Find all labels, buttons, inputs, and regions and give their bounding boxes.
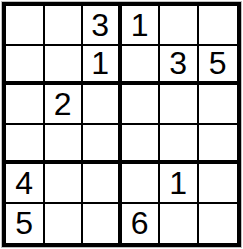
given-digit: 5 [15,207,33,239]
cell-r3c6[interactable] [199,85,238,125]
cell-r1c6[interactable] [199,6,238,46]
given-digit: 1 [131,9,149,41]
given-digit: 1 [169,167,187,199]
given-digit: 1 [91,47,109,79]
cell-r1c2[interactable] [45,6,84,46]
cell-r6c5[interactable] [160,204,199,244]
cell-r3c4[interactable] [122,85,161,125]
cell-r6c1[interactable]: 5 [6,204,45,244]
given-digit: 3 [169,47,187,79]
cell-r4c4[interactable] [122,125,161,165]
given-digit: 2 [54,88,72,120]
cell-r2c3[interactable]: 1 [83,46,122,86]
cell-r5c2[interactable] [45,164,84,204]
cell-r2c4[interactable] [122,46,161,86]
cell-r5c5[interactable]: 1 [160,164,199,204]
cell-r4c2[interactable] [45,125,84,165]
cell-r4c1[interactable] [6,125,45,165]
cell-r3c1[interactable] [6,85,45,125]
cell-r2c6[interactable]: 5 [199,46,238,86]
cell-r4c3[interactable] [83,125,122,165]
cell-r1c4[interactable]: 1 [122,6,161,46]
cell-r3c2[interactable]: 2 [45,85,84,125]
cell-r4c5[interactable] [160,125,199,165]
cell-r2c1[interactable] [6,46,45,86]
given-digit: 3 [91,9,109,41]
cell-r6c6[interactable] [199,204,238,244]
cell-r5c3[interactable] [83,164,122,204]
cell-r5c1[interactable]: 4 [6,164,45,204]
cell-r3c5[interactable] [160,85,199,125]
cell-r5c6[interactable] [199,164,238,204]
cell-r5c4[interactable] [122,164,161,204]
cell-r1c1[interactable] [6,6,45,46]
cell-r1c3[interactable]: 3 [83,6,122,46]
sudoku-board: 3113524156 [2,2,241,247]
cell-r1c5[interactable] [160,6,199,46]
cell-r3c3[interactable] [83,85,122,125]
cell-r6c3[interactable] [83,204,122,244]
cell-r4c6[interactable] [199,125,238,165]
given-digit: 6 [131,207,149,239]
cell-r6c4[interactable]: 6 [122,204,161,244]
cell-r2c5[interactable]: 3 [160,46,199,86]
given-digit: 5 [209,47,227,79]
cell-r2c2[interactable] [45,46,84,86]
cell-r6c2[interactable] [45,204,84,244]
given-digit: 4 [15,167,33,199]
